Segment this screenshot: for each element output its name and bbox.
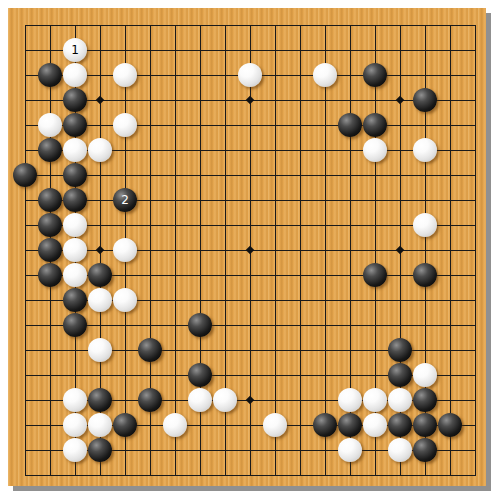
white-stone[interactable]	[388, 388, 412, 412]
white-stone[interactable]	[413, 363, 437, 387]
white-stone[interactable]	[263, 413, 287, 437]
white-stone[interactable]	[88, 413, 112, 437]
black-stone[interactable]	[363, 263, 387, 287]
grid-line	[325, 25, 326, 476]
black-stone[interactable]	[38, 263, 62, 287]
white-stone[interactable]	[63, 213, 87, 237]
black-stone[interactable]	[413, 438, 437, 462]
white-stone[interactable]	[63, 138, 87, 162]
black-stone[interactable]	[413, 413, 437, 437]
black-stone[interactable]	[38, 238, 62, 262]
white-stone[interactable]	[63, 63, 87, 87]
white-stone[interactable]	[388, 438, 412, 462]
black-stone[interactable]	[438, 413, 462, 437]
white-stone[interactable]	[363, 413, 387, 437]
grid-line	[475, 25, 476, 476]
star-point	[96, 246, 104, 254]
star-point	[396, 246, 404, 254]
black-stone[interactable]	[363, 63, 387, 87]
grid-line	[275, 25, 276, 476]
black-stone[interactable]: 2	[113, 188, 137, 212]
white-stone[interactable]	[363, 388, 387, 412]
white-stone[interactable]	[88, 138, 112, 162]
black-stone[interactable]	[363, 113, 387, 137]
black-stone[interactable]	[38, 188, 62, 212]
white-stone[interactable]	[63, 438, 87, 462]
white-stone[interactable]	[88, 338, 112, 362]
white-stone[interactable]	[38, 113, 62, 137]
white-stone[interactable]	[188, 388, 212, 412]
white-stone[interactable]	[238, 63, 262, 87]
page: 12	[0, 0, 500, 500]
black-stone[interactable]	[63, 188, 87, 212]
white-stone[interactable]	[63, 388, 87, 412]
black-stone[interactable]	[338, 113, 362, 137]
black-stone[interactable]	[388, 413, 412, 437]
star-point	[96, 96, 104, 104]
grid-line	[25, 475, 476, 476]
black-stone[interactable]	[413, 88, 437, 112]
black-stone[interactable]	[88, 438, 112, 462]
white-stone[interactable]	[113, 113, 137, 137]
grid-line	[300, 25, 301, 476]
black-stone[interactable]	[63, 163, 87, 187]
go-board[interactable]: 12	[8, 8, 486, 486]
black-stone[interactable]	[63, 313, 87, 337]
black-stone[interactable]	[413, 263, 437, 287]
white-stone[interactable]	[113, 238, 137, 262]
black-stone[interactable]	[88, 388, 112, 412]
white-stone[interactable]	[63, 263, 87, 287]
white-stone[interactable]	[338, 388, 362, 412]
black-stone[interactable]	[188, 313, 212, 337]
grid-line	[450, 25, 451, 476]
star-point	[246, 246, 254, 254]
white-stone[interactable]	[363, 138, 387, 162]
white-stone[interactable]	[163, 413, 187, 437]
move-number-label: 2	[121, 194, 129, 206]
black-stone[interactable]	[388, 338, 412, 362]
black-stone[interactable]	[63, 288, 87, 312]
black-stone[interactable]	[13, 163, 37, 187]
white-stone[interactable]	[88, 288, 112, 312]
black-stone[interactable]	[63, 113, 87, 137]
white-stone[interactable]	[63, 238, 87, 262]
black-stone[interactable]	[338, 413, 362, 437]
black-stone[interactable]	[138, 388, 162, 412]
black-stone[interactable]	[63, 88, 87, 112]
black-stone[interactable]	[38, 138, 62, 162]
black-stone[interactable]	[138, 338, 162, 362]
star-point	[396, 96, 404, 104]
white-stone[interactable]	[313, 63, 337, 87]
black-stone[interactable]	[38, 63, 62, 87]
move-number-label: 1	[71, 44, 79, 56]
black-stone[interactable]	[88, 263, 112, 287]
white-stone[interactable]	[113, 288, 137, 312]
white-stone[interactable]	[413, 213, 437, 237]
white-stone[interactable]	[63, 413, 87, 437]
white-stone[interactable]	[413, 138, 437, 162]
grid-line	[25, 325, 476, 326]
star-point	[246, 96, 254, 104]
black-stone[interactable]	[388, 363, 412, 387]
white-stone[interactable]	[338, 438, 362, 462]
star-point	[246, 396, 254, 404]
black-stone[interactable]	[313, 413, 337, 437]
black-stone[interactable]	[38, 213, 62, 237]
white-stone[interactable]	[213, 388, 237, 412]
black-stone[interactable]	[188, 363, 212, 387]
white-stone[interactable]	[113, 63, 137, 87]
white-stone[interactable]: 1	[63, 38, 87, 62]
black-stone[interactable]	[413, 388, 437, 412]
black-stone[interactable]	[113, 413, 137, 437]
